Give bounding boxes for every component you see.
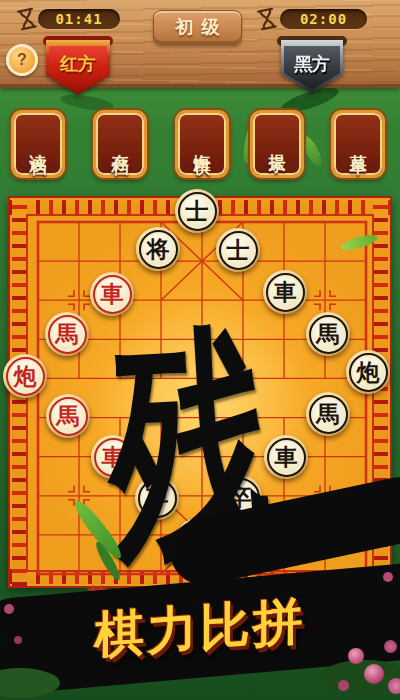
- plum-blossom-icon: [364, 664, 384, 684]
- piece-炮[interactable]: 炮: [3, 354, 47, 398]
- app-screen: 01:41 初级 02:00 ? 红方 黑方 读档 存档 悔棋 提示 菜单: [0, 0, 400, 700]
- piece-馬[interactable]: 馬: [306, 392, 350, 436]
- piece-炮[interactable]: 炮: [346, 350, 390, 394]
- piece-馬[interactable]: 馬: [45, 312, 89, 356]
- piece-馬[interactable]: 馬: [306, 312, 350, 356]
- piece-車[interactable]: 車: [263, 270, 307, 314]
- piece-士[interactable]: 士: [216, 228, 260, 272]
- piece-将[interactable]: 将: [136, 227, 180, 271]
- piece-士[interactable]: 士: [175, 189, 219, 233]
- plum-blossom-icon: [388, 678, 400, 694]
- plum-blossom-icon: [338, 680, 349, 691]
- piece-馬[interactable]: 馬: [46, 394, 90, 438]
